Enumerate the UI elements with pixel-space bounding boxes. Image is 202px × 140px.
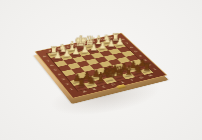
chess-board[interactable]: AABBCCDDEEFFGGHH1122334455667788♜♞♝♚♛♝♞♜… bbox=[35, 33, 168, 99]
coord-label: 6 bbox=[127, 46, 136, 49]
white-pawn-glyph: ♟ bbox=[48, 50, 68, 59]
coord-label: F bbox=[128, 78, 138, 82]
scene: AABBCCDDEEFFGGHH1122334455667788♜♞♝♚♛♝♞♜… bbox=[0, 0, 202, 140]
coord-label: A bbox=[80, 90, 90, 94]
coord-label: 7 bbox=[44, 59, 53, 63]
coord-label: B bbox=[90, 87, 100, 91]
coord-label: 1 bbox=[67, 87, 77, 91]
coord-label: 6 bbox=[47, 64, 56, 68]
board-face: AABBCCDDEEFFGGHH1122334455667788♜♞♝♚♛♝♞♜… bbox=[35, 33, 168, 99]
product-photo: AABBCCDDEEFFGGHH1122334455667788♜♞♝♚♛♝♞♜… bbox=[0, 0, 202, 140]
coord-label: 5 bbox=[132, 50, 141, 53]
black-rook-glyph: ♜ bbox=[71, 77, 92, 88]
